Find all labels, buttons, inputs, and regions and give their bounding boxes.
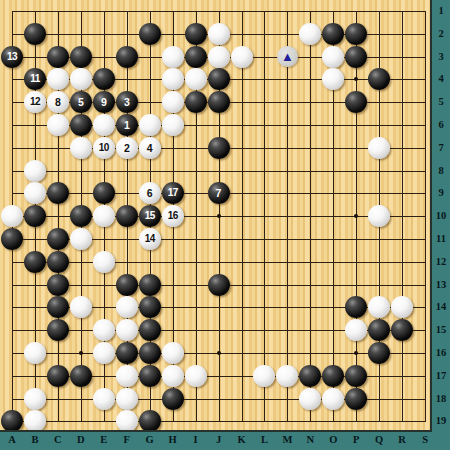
coord-label-right: 17 xyxy=(433,370,449,381)
coord-label-right: 7 xyxy=(433,142,449,153)
stone-white xyxy=(24,182,46,204)
grid-line xyxy=(12,421,426,422)
coord-label-right: 12 xyxy=(433,256,449,267)
triangle-marker: ▲ xyxy=(277,46,298,67)
stone-white xyxy=(322,388,344,410)
stone-white xyxy=(93,251,115,273)
coord-label-right: 10 xyxy=(433,210,449,221)
stone-white xyxy=(70,296,92,318)
stone-white xyxy=(116,365,138,387)
stone-black: 1 xyxy=(116,114,138,136)
coord-label-bottom: Q xyxy=(371,434,387,445)
stone-black xyxy=(345,365,367,387)
coord-label-bottom: P xyxy=(348,434,364,445)
stone-black xyxy=(322,23,344,45)
move-number: 1 xyxy=(124,114,130,136)
stone-white xyxy=(208,46,230,68)
stone-white: 6 xyxy=(139,182,161,204)
stone-white: 2 xyxy=(116,137,138,159)
coord-label-bottom: L xyxy=(256,434,272,445)
coord-label-right: 8 xyxy=(433,165,449,176)
right-coordinate-strip xyxy=(432,0,450,450)
stone-black xyxy=(208,91,230,113)
move-number: 11 xyxy=(30,68,40,90)
stone-black xyxy=(139,365,161,387)
stone-white: 4 xyxy=(139,137,161,159)
stone-black xyxy=(24,23,46,45)
stone-black xyxy=(208,137,230,159)
move-number: 17 xyxy=(168,182,178,204)
coord-label-bottom: I xyxy=(188,434,204,445)
stone-white xyxy=(70,228,92,250)
coord-label-right: 15 xyxy=(433,324,449,335)
coord-label-bottom: N xyxy=(302,434,318,445)
stone-black xyxy=(345,388,367,410)
stone-black xyxy=(185,46,207,68)
move-number: 10 xyxy=(99,137,109,159)
stone-white: 12 xyxy=(24,91,46,113)
stone-white xyxy=(276,365,298,387)
stone-black xyxy=(93,182,115,204)
stone-black xyxy=(368,319,390,341)
stone-white xyxy=(253,365,275,387)
move-number: 14 xyxy=(145,228,155,250)
stone-white xyxy=(345,319,367,341)
stone-black xyxy=(368,68,390,90)
coord-label-right: 19 xyxy=(433,415,449,426)
stone-black xyxy=(47,46,69,68)
stone-white xyxy=(231,46,253,68)
coord-label-bottom: B xyxy=(27,434,43,445)
coord-label-right: 4 xyxy=(433,73,449,84)
move-number: 15 xyxy=(145,205,155,227)
stone-white xyxy=(24,160,46,182)
stone-white xyxy=(299,23,321,45)
stone-black: 5 xyxy=(70,91,92,113)
stone-black xyxy=(139,319,161,341)
coord-label-right: 18 xyxy=(433,393,449,404)
coord-label-bottom: K xyxy=(234,434,250,445)
stone-black xyxy=(139,23,161,45)
stone-white xyxy=(93,388,115,410)
move-number: 13 xyxy=(7,46,17,68)
stone-white xyxy=(93,342,115,364)
stone-white xyxy=(116,388,138,410)
coord-label-right: 3 xyxy=(433,51,449,62)
stone-black xyxy=(70,205,92,227)
stone-black: 7 xyxy=(208,182,230,204)
triangle-icon: ▲ xyxy=(281,50,294,63)
stone-black xyxy=(208,274,230,296)
grid-line xyxy=(402,11,403,422)
star-point xyxy=(217,214,221,218)
stone-black xyxy=(345,91,367,113)
stone-black xyxy=(368,342,390,364)
grid-line xyxy=(264,11,265,422)
move-number: 12 xyxy=(30,91,40,113)
stone-black xyxy=(185,91,207,113)
star-point xyxy=(354,214,358,218)
move-number: 4 xyxy=(147,137,153,159)
move-number: 3 xyxy=(124,91,130,113)
stone-black xyxy=(322,365,344,387)
move-number: 5 xyxy=(78,91,84,113)
stone-black xyxy=(345,296,367,318)
stone-white xyxy=(322,46,344,68)
stone-white xyxy=(93,114,115,136)
stone-white xyxy=(24,342,46,364)
stone-black xyxy=(116,46,138,68)
stone-white: 10 xyxy=(93,137,115,159)
stone-black: 17 xyxy=(162,182,184,204)
stone-white xyxy=(93,205,115,227)
stone-white xyxy=(47,68,69,90)
stone-white xyxy=(368,137,390,159)
coord-label-bottom: J xyxy=(211,434,227,445)
star-point xyxy=(354,351,358,355)
stone-black xyxy=(47,274,69,296)
stone-white xyxy=(1,205,23,227)
coord-label-right: 6 xyxy=(433,119,449,130)
stone-black xyxy=(1,228,23,250)
stone-white xyxy=(139,114,161,136)
grid-line xyxy=(287,11,288,422)
stone-black: 9 xyxy=(93,91,115,113)
stone-white xyxy=(70,68,92,90)
stone-black xyxy=(47,319,69,341)
stone-white xyxy=(208,23,230,45)
stone-black xyxy=(47,228,69,250)
coord-label-bottom: E xyxy=(96,434,112,445)
stone-black xyxy=(47,182,69,204)
stone-black xyxy=(185,23,207,45)
stone-white xyxy=(368,296,390,318)
grid-line xyxy=(310,11,311,422)
stone-black: 11 xyxy=(24,68,46,90)
stone-black xyxy=(70,365,92,387)
goban[interactable]: 1311128593110246177151614▲ xyxy=(0,0,432,432)
stone-white xyxy=(185,365,207,387)
coord-label-right: 9 xyxy=(433,187,449,198)
stone-black: 15 xyxy=(139,205,161,227)
coord-label-bottom: G xyxy=(142,434,158,445)
stone-white xyxy=(162,68,184,90)
star-point xyxy=(217,351,221,355)
stone-black xyxy=(162,388,184,410)
coord-label-right: 16 xyxy=(433,347,449,358)
coord-label-right: 13 xyxy=(433,279,449,290)
stone-black xyxy=(139,342,161,364)
stone-black xyxy=(70,114,92,136)
stone-black xyxy=(345,46,367,68)
stone-black xyxy=(116,205,138,227)
stone-white xyxy=(162,114,184,136)
grid-line xyxy=(242,11,243,422)
stone-black xyxy=(208,68,230,90)
star-point xyxy=(354,77,358,81)
move-number: 6 xyxy=(147,182,153,204)
coord-label-bottom: S xyxy=(417,434,433,445)
coord-label-right: 1 xyxy=(433,5,449,16)
move-number: 7 xyxy=(216,182,222,204)
coord-label-bottom: M xyxy=(279,434,295,445)
stone-white xyxy=(116,296,138,318)
stone-black xyxy=(391,319,413,341)
grid-line xyxy=(425,11,426,422)
stone-black xyxy=(70,46,92,68)
stone-white xyxy=(162,46,184,68)
stone-black xyxy=(93,68,115,90)
stone-black xyxy=(47,296,69,318)
stone-white xyxy=(162,342,184,364)
stone-black xyxy=(24,205,46,227)
star-point xyxy=(79,351,83,355)
coord-label-bottom: O xyxy=(325,434,341,445)
stone-white: 14 xyxy=(139,228,161,250)
move-number: 2 xyxy=(124,137,130,159)
stone-black xyxy=(139,274,161,296)
stone-black xyxy=(345,23,367,45)
stone-black: 13 xyxy=(1,46,23,68)
stone-black xyxy=(139,296,161,318)
coord-label-right: 5 xyxy=(433,96,449,107)
coord-label-bottom: R xyxy=(394,434,410,445)
stone-white: 8 xyxy=(47,91,69,113)
stone-white xyxy=(93,319,115,341)
stone-white xyxy=(185,68,207,90)
go-board-app: 1311128593110246177151614▲ ABCDEFGHIJKLM… xyxy=(0,0,450,450)
coord-label-bottom: H xyxy=(165,434,181,445)
coord-label-right: 11 xyxy=(433,233,449,244)
stone-white xyxy=(368,205,390,227)
stone-white xyxy=(299,388,321,410)
move-number: 9 xyxy=(101,91,107,113)
coord-label-right: 2 xyxy=(433,28,449,39)
stone-white xyxy=(322,68,344,90)
coord-label-bottom: A xyxy=(4,434,20,445)
stone-black xyxy=(116,274,138,296)
stone-white xyxy=(162,91,184,113)
stone-black xyxy=(47,251,69,273)
coord-label-right: 14 xyxy=(433,301,449,312)
stone-black xyxy=(47,365,69,387)
stone-black xyxy=(299,365,321,387)
stone-black xyxy=(116,342,138,364)
stone-white xyxy=(391,296,413,318)
stone-white xyxy=(162,365,184,387)
move-number: 16 xyxy=(168,205,178,227)
stone-white xyxy=(24,388,46,410)
coord-label-bottom: D xyxy=(73,434,89,445)
stone-white xyxy=(47,114,69,136)
grid-line xyxy=(12,262,426,263)
stone-white xyxy=(116,319,138,341)
move-number: 8 xyxy=(55,91,61,113)
coord-label-bottom: F xyxy=(119,434,135,445)
coord-label-bottom: C xyxy=(50,434,66,445)
stone-black xyxy=(24,251,46,273)
stone-white: 16 xyxy=(162,205,184,227)
stone-black: 3 xyxy=(116,91,138,113)
stone-white xyxy=(70,137,92,159)
